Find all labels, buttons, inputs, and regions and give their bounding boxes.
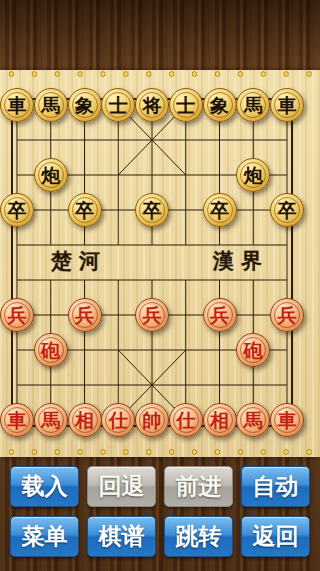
piece-black-chariot[interactable]: 車 [270, 88, 304, 122]
auto-play-button[interactable]: 自动 [241, 466, 310, 507]
piece-black-elephant[interactable]: 象 [203, 88, 237, 122]
jump-button[interactable]: 跳转 [164, 516, 233, 557]
load-button[interactable]: 载入 [10, 466, 79, 507]
piece-black-soldier[interactable]: 卒 [203, 193, 237, 227]
menu-button[interactable]: 菜单 [10, 516, 79, 557]
piece-red-chariot[interactable]: 車 [270, 403, 304, 437]
piece-black-general[interactable]: 将 [135, 88, 169, 122]
xiangqi-app: 楚河 漢界 車馬象士将士象馬車炮炮卒卒卒卒卒兵兵兵兵兵砲砲車馬相仕帥仕相馬車 载… [0, 0, 320, 571]
piece-black-cannon[interactable]: 炮 [34, 158, 68, 192]
piece-black-elephant[interactable]: 象 [68, 88, 102, 122]
piece-black-advisor[interactable]: 士 [101, 88, 135, 122]
undo-button[interactable]: 回退 [87, 466, 156, 507]
piece-red-soldier[interactable]: 兵 [203, 298, 237, 332]
back-button[interactable]: 返回 [241, 516, 310, 557]
piece-red-soldier[interactable]: 兵 [0, 298, 34, 332]
river-label-han: 漢界 [198, 247, 284, 275]
piece-red-soldier[interactable]: 兵 [270, 298, 304, 332]
piece-red-elephant[interactable]: 相 [68, 403, 102, 437]
forward-button[interactable]: 前进 [164, 466, 233, 507]
piece-black-soldier[interactable]: 卒 [68, 193, 102, 227]
river-label-chu: 楚河 [36, 247, 122, 275]
piece-red-soldier[interactable]: 兵 [68, 298, 102, 332]
piece-black-horse[interactable]: 馬 [34, 88, 68, 122]
piece-red-advisor[interactable]: 仕 [101, 403, 135, 437]
piece-black-horse[interactable]: 馬 [236, 88, 270, 122]
piece-red-cannon[interactable]: 砲 [236, 333, 270, 367]
piece-red-advisor[interactable]: 仕 [169, 403, 203, 437]
game-record-button[interactable]: 棋谱 [87, 516, 156, 557]
piece-red-horse[interactable]: 馬 [34, 403, 68, 437]
piece-red-general[interactable]: 帥 [135, 403, 169, 437]
toolbar: 载入回退前进自动菜单棋谱跳转返回 [0, 466, 320, 557]
piece-red-cannon[interactable]: 砲 [34, 333, 68, 367]
piece-red-chariot[interactable]: 車 [0, 403, 34, 437]
piece-red-elephant[interactable]: 相 [203, 403, 237, 437]
piece-black-soldier[interactable]: 卒 [0, 193, 34, 227]
piece-black-soldier[interactable]: 卒 [270, 193, 304, 227]
piece-red-horse[interactable]: 馬 [236, 403, 270, 437]
piece-black-chariot[interactable]: 車 [0, 88, 34, 122]
piece-red-soldier[interactable]: 兵 [135, 298, 169, 332]
piece-black-soldier[interactable]: 卒 [135, 193, 169, 227]
piece-black-advisor[interactable]: 士 [169, 88, 203, 122]
piece-black-cannon[interactable]: 炮 [236, 158, 270, 192]
